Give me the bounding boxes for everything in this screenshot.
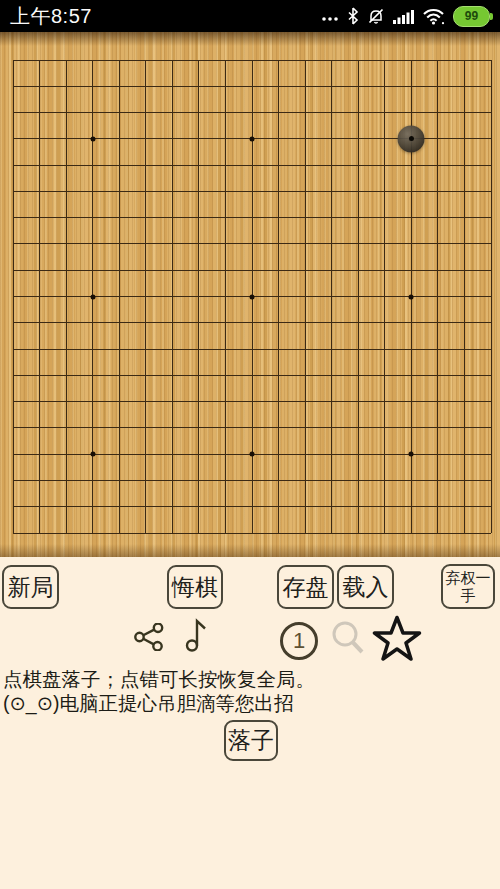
app-screen: 上午8:57: [0, 0, 500, 889]
grid-line: [13, 480, 491, 481]
grid-line: [13, 533, 491, 534]
go-grid[interactable]: [13, 60, 491, 533]
undo-button[interactable]: 悔棋: [167, 565, 223, 609]
go-board[interactable]: [0, 32, 500, 557]
magnifier-icon[interactable]: [329, 620, 367, 658]
control-panel: 新局 悔棋 存盘 载入 弃权一手 1: [0, 557, 500, 889]
star-point: [90, 452, 95, 457]
place-stone-button[interactable]: 落子: [224, 720, 278, 761]
share-icon[interactable]: [134, 623, 164, 651]
stone-Q16: [398, 125, 425, 152]
grid-line: [331, 60, 332, 533]
load-button[interactable]: 载入: [337, 565, 394, 609]
save-button[interactable]: 存盘: [277, 565, 334, 609]
clock: 上午8:57: [10, 3, 92, 30]
music-note-icon[interactable]: [183, 617, 211, 653]
bluetooth-icon: [347, 7, 359, 25]
star-point: [250, 452, 255, 457]
star-point: [250, 294, 255, 299]
grid-line: [13, 506, 491, 507]
hint-text: 点棋盘落子；点错可长按恢复全局。: [3, 668, 315, 691]
status-icons: 99: [321, 6, 490, 27]
grid-line: [13, 375, 491, 376]
engine-status-text: (⊙_⊙)电脑正提心吊胆滴等您出招: [3, 692, 294, 715]
grid-line: [13, 427, 491, 428]
grid-line: [305, 60, 306, 533]
notifications-muted-icon: [367, 7, 385, 25]
star-icon[interactable]: [372, 615, 422, 661]
star-point: [409, 294, 414, 299]
battery-percent: 99: [465, 10, 478, 22]
grid-line: [278, 60, 279, 533]
grid-line: [13, 322, 491, 323]
wifi-icon: [423, 7, 445, 25]
signal-strength-icon: [393, 7, 415, 25]
battery-icon: 99: [453, 6, 490, 27]
star-point: [250, 136, 255, 141]
grid-line: [437, 60, 438, 533]
grid-line: [384, 60, 385, 533]
star-point: [409, 452, 414, 457]
move-number-toggle[interactable]: 1: [280, 622, 318, 660]
status-bar: 上午8:57: [0, 0, 500, 32]
star-point: [90, 294, 95, 299]
more-dots-icon: [321, 7, 339, 25]
grid-line: [13, 401, 491, 402]
move-number-value: 1: [293, 630, 305, 652]
new-game-button[interactable]: 新局: [2, 565, 59, 609]
pass-button[interactable]: 弃权一手: [441, 564, 495, 609]
grid-line: [464, 60, 465, 533]
grid-line: [13, 349, 491, 350]
grid-line: [491, 60, 492, 533]
grid-line: [358, 60, 359, 533]
star-point: [90, 136, 95, 141]
